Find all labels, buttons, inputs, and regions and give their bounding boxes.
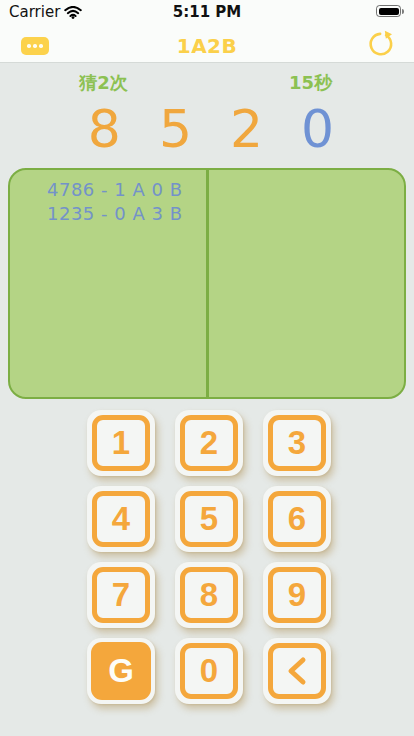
key-8[interactable]: 8 xyxy=(175,562,243,628)
key-6[interactable]: 6 xyxy=(263,486,331,552)
key-1[interactable]: 1 xyxy=(87,410,155,476)
page-title: 1A2B xyxy=(0,34,414,58)
key-7[interactable]: 7 xyxy=(87,562,155,628)
history-left-pane: 4786 - 1 A 0 B 1235 - 0 A 3 B xyxy=(10,170,207,397)
battery-icon xyxy=(376,5,404,17)
guess-count-label: 猜2次 xyxy=(0,71,207,95)
current-guess: 8 5 2 0 xyxy=(0,99,414,159)
keypad: 1 2 3 4 5 6 7 8 9 G 0 xyxy=(87,410,331,704)
app-screen: Carrier 5:11 PM 1A2B xyxy=(0,0,414,736)
top-chrome: Carrier 5:11 PM 1A2B xyxy=(0,0,414,63)
nav-bar: 1A2B xyxy=(0,22,414,63)
clock: 5:11 PM xyxy=(0,3,414,21)
timer-label: 15秒 xyxy=(207,71,414,95)
key-4[interactable]: 4 xyxy=(87,486,155,552)
stats-row: 猜2次 15秒 xyxy=(0,71,414,95)
history-entry: 4786 - 1 A 0 B xyxy=(47,178,207,202)
guess-digit-3: 2 xyxy=(230,99,263,159)
key-3[interactable]: 3 xyxy=(263,410,331,476)
key-5[interactable]: 5 xyxy=(175,486,243,552)
key-9[interactable]: 9 xyxy=(263,562,331,628)
backspace-key[interactable] xyxy=(263,638,331,704)
guess-digit-1: 8 xyxy=(88,99,121,159)
refresh-icon xyxy=(367,45,395,60)
history-entry: 1235 - 0 A 3 B xyxy=(47,202,207,226)
refresh-button[interactable] xyxy=(366,29,396,59)
backspace-icon xyxy=(268,643,326,699)
guess-digit-4: 0 xyxy=(301,99,334,159)
key-2[interactable]: 2 xyxy=(175,410,243,476)
history-panel: 4786 - 1 A 0 B 1235 - 0 A 3 B xyxy=(8,168,406,399)
history-right-pane xyxy=(207,170,404,397)
status-bar: Carrier 5:11 PM xyxy=(0,0,414,22)
guess-button[interactable]: G xyxy=(87,638,155,704)
key-0[interactable]: 0 xyxy=(175,638,243,704)
guess-digit-2: 5 xyxy=(159,99,192,159)
